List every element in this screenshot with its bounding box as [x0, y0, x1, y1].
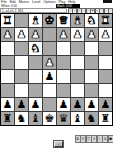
black-rook-a8[interactable]: ♜	[99, 112, 112, 125]
white-pawn-b2[interactable]: ♟	[85, 28, 98, 41]
white-bishop-c1[interactable]: ♝	[71, 14, 84, 27]
square-h4[interactable]	[1, 56, 14, 69]
white-king-e1[interactable]: ♚	[43, 14, 56, 27]
square-f4[interactable]	[29, 56, 42, 69]
square-e5[interactable]: ♟	[43, 70, 56, 83]
window-menu-icon[interactable]	[103, 0, 112, 3]
square-c4[interactable]	[71, 56, 84, 69]
white-pawn-g2[interactable]: ♟	[15, 28, 28, 41]
black-rook-h8[interactable]: ♜	[1, 112, 14, 125]
black-queen-d8[interactable]: ♛	[57, 112, 70, 125]
square-g5[interactable]	[15, 70, 28, 83]
white-rook-a1[interactable]: ♜	[99, 14, 112, 27]
square-g3[interactable]	[15, 42, 28, 55]
square-b4[interactable]	[85, 56, 98, 69]
square-f6[interactable]	[29, 84, 42, 97]
square-e2[interactable]	[43, 28, 56, 41]
square-e7[interactable]	[43, 98, 56, 111]
black-pawn-f7[interactable]: ♟	[29, 98, 42, 111]
black-pawn-g7[interactable]: ♟	[15, 98, 28, 111]
square-h5[interactable]	[1, 70, 14, 83]
black-pawn-e5[interactable]: ♟	[43, 70, 56, 83]
square-a5[interactable]	[99, 70, 112, 83]
white-pawn-d2[interactable]: ♟	[57, 28, 70, 41]
square-b7[interactable]: ♟	[85, 98, 98, 111]
black-king-e8[interactable]: ♚	[43, 112, 56, 125]
black-knight-g8[interactable]: ♞	[15, 112, 28, 125]
square-b5[interactable]	[85, 70, 98, 83]
square-f3[interactable]: ♞	[29, 42, 42, 55]
white-pawn-f2[interactable]: ♟	[29, 28, 42, 41]
square-g7[interactable]: ♟	[15, 98, 28, 111]
square-b8[interactable]: ♞	[85, 112, 98, 125]
square-a7[interactable]: ♟	[99, 98, 112, 111]
square-c3[interactable]	[71, 42, 84, 55]
square-d6[interactable]	[57, 84, 70, 97]
square-d7[interactable]: ♟	[57, 98, 70, 111]
toolbar: «‹▪›»■?↕!i≡	[68, 8, 113, 12]
tray-mini-button[interactable]: ▪	[54, 141, 63, 147]
square-h2[interactable]: ♟	[1, 28, 14, 41]
square-h8[interactable]: ♜	[1, 112, 14, 125]
square-c7[interactable]: ♟	[71, 98, 84, 111]
square-g4[interactable]	[15, 56, 28, 69]
square-a6[interactable]	[99, 84, 112, 97]
square-e6[interactable]	[43, 84, 56, 97]
black-bishop-f8[interactable]: ♝	[29, 112, 42, 125]
square-d5[interactable]	[57, 70, 70, 83]
white-pawn-a2[interactable]: ♟	[99, 28, 112, 41]
piece-palette: ♔♕♖♗♘♙♚♛	[75, 135, 113, 141]
white-pawn-e4[interactable]: ♟	[43, 56, 56, 69]
square-b6[interactable]	[85, 84, 98, 97]
square-b3[interactable]	[85, 42, 98, 55]
square-f8[interactable]: ♝	[29, 112, 42, 125]
black-bishop-c8[interactable]: ♝	[71, 112, 84, 125]
black-knight-b8[interactable]: ♞	[85, 112, 98, 125]
square-h3[interactable]	[1, 42, 14, 55]
square-e1[interactable]: ♚	[43, 14, 56, 27]
square-f5[interactable]	[29, 70, 42, 83]
square-d1[interactable]: ♛	[57, 14, 70, 27]
square-f2[interactable]: ♟	[29, 28, 42, 41]
square-b1[interactable]: ♞	[85, 14, 98, 27]
chess-board: ♜♝♚♛♝♞♜♟♟♟♟♟♟♟♞♟♟♟♟♟♟♟♟♟♜♞♝♚♛♝♞♜	[0, 13, 113, 126]
black-pawn-h7[interactable]: ♟	[1, 98, 14, 111]
square-f1[interactable]: ♝	[29, 14, 42, 27]
square-b2[interactable]: ♟	[85, 28, 98, 41]
black-pawn-a7[interactable]: ♟	[99, 98, 112, 111]
square-c1[interactable]: ♝	[71, 14, 84, 27]
square-c8[interactable]: ♝	[71, 112, 84, 125]
white-pawn-c2[interactable]: ♟	[71, 28, 84, 41]
square-a1[interactable]: ♜	[99, 14, 112, 27]
square-e4[interactable]: ♟	[43, 56, 56, 69]
square-g2[interactable]: ♟	[15, 28, 28, 41]
square-a2[interactable]: ♟	[99, 28, 112, 41]
square-g8[interactable]: ♞	[15, 112, 28, 125]
square-d3[interactable]	[57, 42, 70, 55]
square-h6[interactable]	[1, 84, 14, 97]
square-g6[interactable]	[15, 84, 28, 97]
square-c2[interactable]: ♟	[71, 28, 84, 41]
white-pawn-h2[interactable]: ♟	[1, 28, 14, 41]
square-e8[interactable]: ♚	[43, 112, 56, 125]
white-bishop-f1[interactable]: ♝	[29, 14, 42, 27]
square-a3[interactable]	[99, 42, 112, 55]
square-f7[interactable]: ♟	[29, 98, 42, 111]
square-d4[interactable]	[57, 56, 70, 69]
square-g1[interactable]	[15, 14, 28, 27]
black-pawn-b7[interactable]: ♟	[85, 98, 98, 111]
white-rook-h1[interactable]: ♜	[1, 14, 14, 27]
square-h1[interactable]: ♜	[1, 14, 14, 27]
square-c5[interactable]	[71, 70, 84, 83]
square-c6[interactable]	[71, 84, 84, 97]
square-a4[interactable]	[99, 56, 112, 69]
square-d8[interactable]: ♛	[57, 112, 70, 125]
square-e3[interactable]	[43, 42, 56, 55]
white-knight-f3[interactable]: ♞	[29, 42, 42, 55]
square-h7[interactable]: ♟	[1, 98, 14, 111]
black-pawn-c7[interactable]: ♟	[71, 98, 84, 111]
white-queen-d1[interactable]: ♛	[57, 14, 70, 27]
white-knight-b1[interactable]: ♞	[85, 14, 98, 27]
black-pawn-d7[interactable]: ♟	[57, 98, 70, 111]
square-a8[interactable]: ♜	[99, 112, 112, 125]
square-d2[interactable]: ♟	[57, 28, 70, 41]
